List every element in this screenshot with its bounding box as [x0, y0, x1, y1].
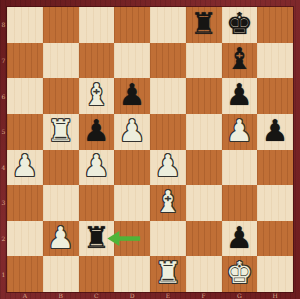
rank-label-2: 2	[0, 221, 7, 257]
square-b1[interactable]	[43, 256, 79, 292]
black-bishop-icon: ♝	[226, 44, 253, 74]
square-b2[interactable]: ♟	[43, 221, 79, 257]
file-label-b: b	[43, 292, 79, 299]
square-b7[interactable]	[43, 43, 79, 79]
square-b5[interactable]: ♜	[43, 114, 79, 150]
square-b6[interactable]	[43, 78, 79, 114]
square-h8[interactable]	[257, 7, 293, 43]
square-d6[interactable]: ♟	[114, 78, 150, 114]
black-pawn-icon: ♟	[262, 116, 289, 146]
square-h7[interactable]	[257, 43, 293, 79]
white-king-icon: ♚	[226, 258, 253, 288]
file-label-c: c	[79, 292, 115, 299]
square-c8[interactable]	[79, 7, 115, 43]
square-f5[interactable]	[186, 114, 222, 150]
square-a5[interactable]	[7, 114, 43, 150]
white-rook-icon: ♜	[154, 258, 181, 288]
square-d4[interactable]	[114, 150, 150, 186]
square-d3[interactable]	[114, 185, 150, 221]
square-a6[interactable]	[7, 78, 43, 114]
square-f3[interactable]	[186, 185, 222, 221]
black-rook-icon: ♜	[83, 223, 110, 253]
white-bishop-icon: ♝	[83, 80, 110, 110]
black-king-icon: ♚	[226, 9, 253, 39]
square-e5[interactable]	[150, 114, 186, 150]
square-c1[interactable]	[79, 256, 115, 292]
square-h2[interactable]	[257, 221, 293, 257]
square-g5[interactable]: ♟	[222, 114, 258, 150]
square-c5[interactable]: ♟	[79, 114, 115, 150]
square-c3[interactable]	[79, 185, 115, 221]
rank-label-8: 8	[0, 7, 7, 43]
square-c2[interactable]: ♜	[79, 221, 115, 257]
rank-label-4: 4	[0, 150, 7, 186]
black-pawn-icon: ♟	[226, 80, 253, 110]
white-bishop-icon: ♝	[154, 187, 181, 217]
file-label-d: d	[114, 292, 150, 299]
square-c4[interactable]: ♟	[79, 150, 115, 186]
square-d8[interactable]	[114, 7, 150, 43]
white-pawn-icon: ♟	[11, 151, 38, 181]
square-g8[interactable]: ♚	[222, 7, 258, 43]
black-pawn-icon: ♟	[226, 223, 253, 253]
square-d2[interactable]	[114, 221, 150, 257]
white-pawn-icon: ♟	[226, 116, 253, 146]
square-f6[interactable]	[186, 78, 222, 114]
white-rook-icon: ♜	[47, 116, 74, 146]
square-f8[interactable]: ♜	[186, 7, 222, 43]
square-f7[interactable]	[186, 43, 222, 79]
file-label-a: a	[7, 292, 43, 299]
black-rook-icon: ♜	[190, 9, 217, 39]
square-h1[interactable]	[257, 256, 293, 292]
square-h5[interactable]: ♟	[257, 114, 293, 150]
square-a8[interactable]	[7, 7, 43, 43]
white-pawn-icon: ♟	[119, 116, 146, 146]
rank-label-5: 5	[0, 114, 7, 150]
file-label-f: f	[186, 292, 222, 299]
square-f2[interactable]	[186, 221, 222, 257]
square-d1[interactable]	[114, 256, 150, 292]
rank-label-3: 3	[0, 185, 7, 221]
file-labels: abcdefgh	[7, 292, 293, 299]
white-pawn-icon: ♟	[154, 151, 181, 181]
square-b3[interactable]	[43, 185, 79, 221]
square-c6[interactable]: ♝	[79, 78, 115, 114]
file-label-e: e	[150, 292, 186, 299]
square-g6[interactable]: ♟	[222, 78, 258, 114]
square-e7[interactable]	[150, 43, 186, 79]
file-label-g: g	[222, 292, 258, 299]
white-pawn-icon: ♟	[83, 151, 110, 181]
rank-label-1: 1	[0, 256, 7, 292]
square-a2[interactable]	[7, 221, 43, 257]
rank-label-6: 6	[0, 78, 7, 114]
square-e8[interactable]	[150, 7, 186, 43]
black-pawn-icon: ♟	[83, 116, 110, 146]
board: ♜♚♝♝♟♟♜♟♟♟♟♟♟♟♝♟♜♟♜♚	[7, 7, 293, 292]
square-e6[interactable]	[150, 78, 186, 114]
black-pawn-icon: ♟	[119, 80, 146, 110]
square-g3[interactable]	[222, 185, 258, 221]
square-g7[interactable]: ♝	[222, 43, 258, 79]
square-e2[interactable]	[150, 221, 186, 257]
rank-label-7: 7	[0, 43, 7, 79]
square-h3[interactable]	[257, 185, 293, 221]
square-b4[interactable]	[43, 150, 79, 186]
square-h6[interactable]	[257, 78, 293, 114]
file-label-h: h	[257, 292, 293, 299]
rank-labels: 87654321	[0, 7, 7, 292]
square-a3[interactable]	[7, 185, 43, 221]
chessboard-frame: ♜♚♝♝♟♟♜♟♟♟♟♟♟♟♝♟♜♟♜♚ 87654321 abcdefgh	[0, 0, 300, 299]
square-e3[interactable]: ♝	[150, 185, 186, 221]
square-e1[interactable]: ♜	[150, 256, 186, 292]
square-g1[interactable]: ♚	[222, 256, 258, 292]
white-pawn-icon: ♟	[47, 223, 74, 253]
square-g2[interactable]: ♟	[222, 221, 258, 257]
square-e4[interactable]: ♟	[150, 150, 186, 186]
square-a1[interactable]	[7, 256, 43, 292]
square-a7[interactable]	[7, 43, 43, 79]
square-a4[interactable]: ♟	[7, 150, 43, 186]
square-c7[interactable]	[79, 43, 115, 79]
square-d5[interactable]: ♟	[114, 114, 150, 150]
square-f4[interactable]	[186, 150, 222, 186]
square-h4[interactable]	[257, 150, 293, 186]
square-d7[interactable]	[114, 43, 150, 79]
square-g4[interactable]	[222, 150, 258, 186]
square-f1[interactable]	[186, 256, 222, 292]
square-b8[interactable]	[43, 7, 79, 43]
